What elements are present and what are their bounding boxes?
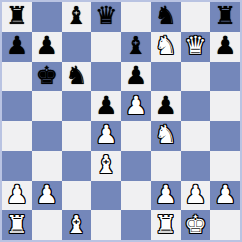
square-h6[interactable] bbox=[210, 62, 240, 92]
square-d6[interactable] bbox=[91, 62, 121, 92]
square-f6[interactable] bbox=[151, 62, 181, 92]
white-rook: ♜ bbox=[154, 212, 176, 237]
black-bishop: ♝ bbox=[65, 3, 87, 28]
black-pawn: ♟ bbox=[154, 93, 176, 118]
square-h1[interactable] bbox=[210, 210, 240, 240]
square-h7[interactable]: ♟ bbox=[210, 32, 240, 62]
square-f7[interactable]: ♞ bbox=[151, 32, 181, 62]
square-e5[interactable]: ♟ bbox=[121, 91, 151, 121]
black-pawn: ♟ bbox=[95, 93, 117, 118]
square-h5[interactable] bbox=[210, 91, 240, 121]
square-a8[interactable]: ♜ bbox=[2, 2, 32, 32]
square-d1[interactable] bbox=[91, 210, 121, 240]
black-queen: ♛ bbox=[95, 3, 117, 28]
square-a3[interactable] bbox=[2, 151, 32, 181]
square-d2[interactable] bbox=[91, 181, 121, 211]
square-a7[interactable]: ♟ bbox=[2, 32, 32, 62]
white-rook: ♜ bbox=[6, 212, 28, 237]
chess-board: ♜♝♛♞♜♟♟♝♞♛♟♚♞♟♟♟♟♟♞♝♟♟♟♟♟♜♝♜♚ bbox=[0, 0, 242, 242]
white-bishop: ♝ bbox=[65, 212, 87, 237]
square-b5[interactable] bbox=[32, 91, 62, 121]
black-knight: ♞ bbox=[65, 63, 87, 88]
square-g3[interactable] bbox=[181, 151, 211, 181]
white-pawn: ♟ bbox=[184, 182, 206, 207]
square-c1[interactable]: ♝ bbox=[62, 210, 92, 240]
square-g5[interactable] bbox=[181, 91, 211, 121]
square-h8[interactable]: ♜ bbox=[210, 2, 240, 32]
white-pawn: ♟ bbox=[214, 182, 236, 207]
white-queen: ♛ bbox=[184, 33, 206, 58]
square-g6[interactable] bbox=[181, 62, 211, 92]
square-e6[interactable]: ♟ bbox=[121, 62, 151, 92]
square-d7[interactable] bbox=[91, 32, 121, 62]
black-pawn: ♟ bbox=[214, 33, 236, 58]
square-a6[interactable] bbox=[2, 62, 32, 92]
square-a5[interactable] bbox=[2, 91, 32, 121]
square-b6[interactable]: ♚ bbox=[32, 62, 62, 92]
square-c2[interactable] bbox=[62, 181, 92, 211]
square-e3[interactable] bbox=[121, 151, 151, 181]
white-pawn: ♟ bbox=[95, 122, 117, 147]
white-pawn: ♟ bbox=[35, 182, 57, 207]
square-f3[interactable] bbox=[151, 151, 181, 181]
square-b8[interactable] bbox=[32, 2, 62, 32]
square-a4[interactable] bbox=[2, 121, 32, 151]
white-pawn: ♟ bbox=[154, 182, 176, 207]
black-bishop: ♝ bbox=[125, 33, 147, 58]
square-c4[interactable] bbox=[62, 121, 92, 151]
black-rook: ♜ bbox=[214, 3, 236, 28]
square-d5[interactable]: ♟ bbox=[91, 91, 121, 121]
square-g7[interactable]: ♛ bbox=[181, 32, 211, 62]
square-f5[interactable]: ♟ bbox=[151, 91, 181, 121]
white-bishop: ♝ bbox=[95, 152, 117, 177]
black-knight: ♞ bbox=[154, 3, 176, 28]
square-e7[interactable]: ♝ bbox=[121, 32, 151, 62]
square-e2[interactable] bbox=[121, 181, 151, 211]
square-d8[interactable]: ♛ bbox=[91, 2, 121, 32]
black-king: ♚ bbox=[35, 63, 57, 88]
square-h4[interactable] bbox=[210, 121, 240, 151]
square-d3[interactable]: ♝ bbox=[91, 151, 121, 181]
square-g1[interactable]: ♚ bbox=[181, 210, 211, 240]
square-b3[interactable] bbox=[32, 151, 62, 181]
square-c8[interactable]: ♝ bbox=[62, 2, 92, 32]
square-e8[interactable] bbox=[121, 2, 151, 32]
white-pawn: ♟ bbox=[6, 182, 28, 207]
square-e1[interactable] bbox=[121, 210, 151, 240]
square-b7[interactable]: ♟ bbox=[32, 32, 62, 62]
square-f1[interactable]: ♜ bbox=[151, 210, 181, 240]
square-d4[interactable]: ♟ bbox=[91, 121, 121, 151]
square-b4[interactable] bbox=[32, 121, 62, 151]
white-knight: ♞ bbox=[154, 33, 176, 58]
white-king: ♚ bbox=[184, 212, 206, 237]
square-f2[interactable]: ♟ bbox=[151, 181, 181, 211]
square-e4[interactable] bbox=[121, 121, 151, 151]
square-h2[interactable]: ♟ bbox=[210, 181, 240, 211]
square-f8[interactable]: ♞ bbox=[151, 2, 181, 32]
black-pawn: ♟ bbox=[125, 63, 147, 88]
square-g4[interactable] bbox=[181, 121, 211, 151]
black-rook: ♜ bbox=[6, 3, 28, 28]
square-a1[interactable]: ♜ bbox=[2, 210, 32, 240]
square-g8[interactable] bbox=[181, 2, 211, 32]
square-b2[interactable]: ♟ bbox=[32, 181, 62, 211]
square-b1[interactable] bbox=[32, 210, 62, 240]
square-f4[interactable]: ♞ bbox=[151, 121, 181, 151]
black-pawn: ♟ bbox=[6, 33, 28, 58]
square-c6[interactable]: ♞ bbox=[62, 62, 92, 92]
white-knight: ♞ bbox=[154, 122, 176, 147]
square-a2[interactable]: ♟ bbox=[2, 181, 32, 211]
white-pawn: ♟ bbox=[125, 93, 147, 118]
square-h3[interactable] bbox=[210, 151, 240, 181]
square-c3[interactable] bbox=[62, 151, 92, 181]
square-c7[interactable] bbox=[62, 32, 92, 62]
square-g2[interactable]: ♟ bbox=[181, 181, 211, 211]
black-pawn: ♟ bbox=[35, 33, 57, 58]
square-c5[interactable] bbox=[62, 91, 92, 121]
